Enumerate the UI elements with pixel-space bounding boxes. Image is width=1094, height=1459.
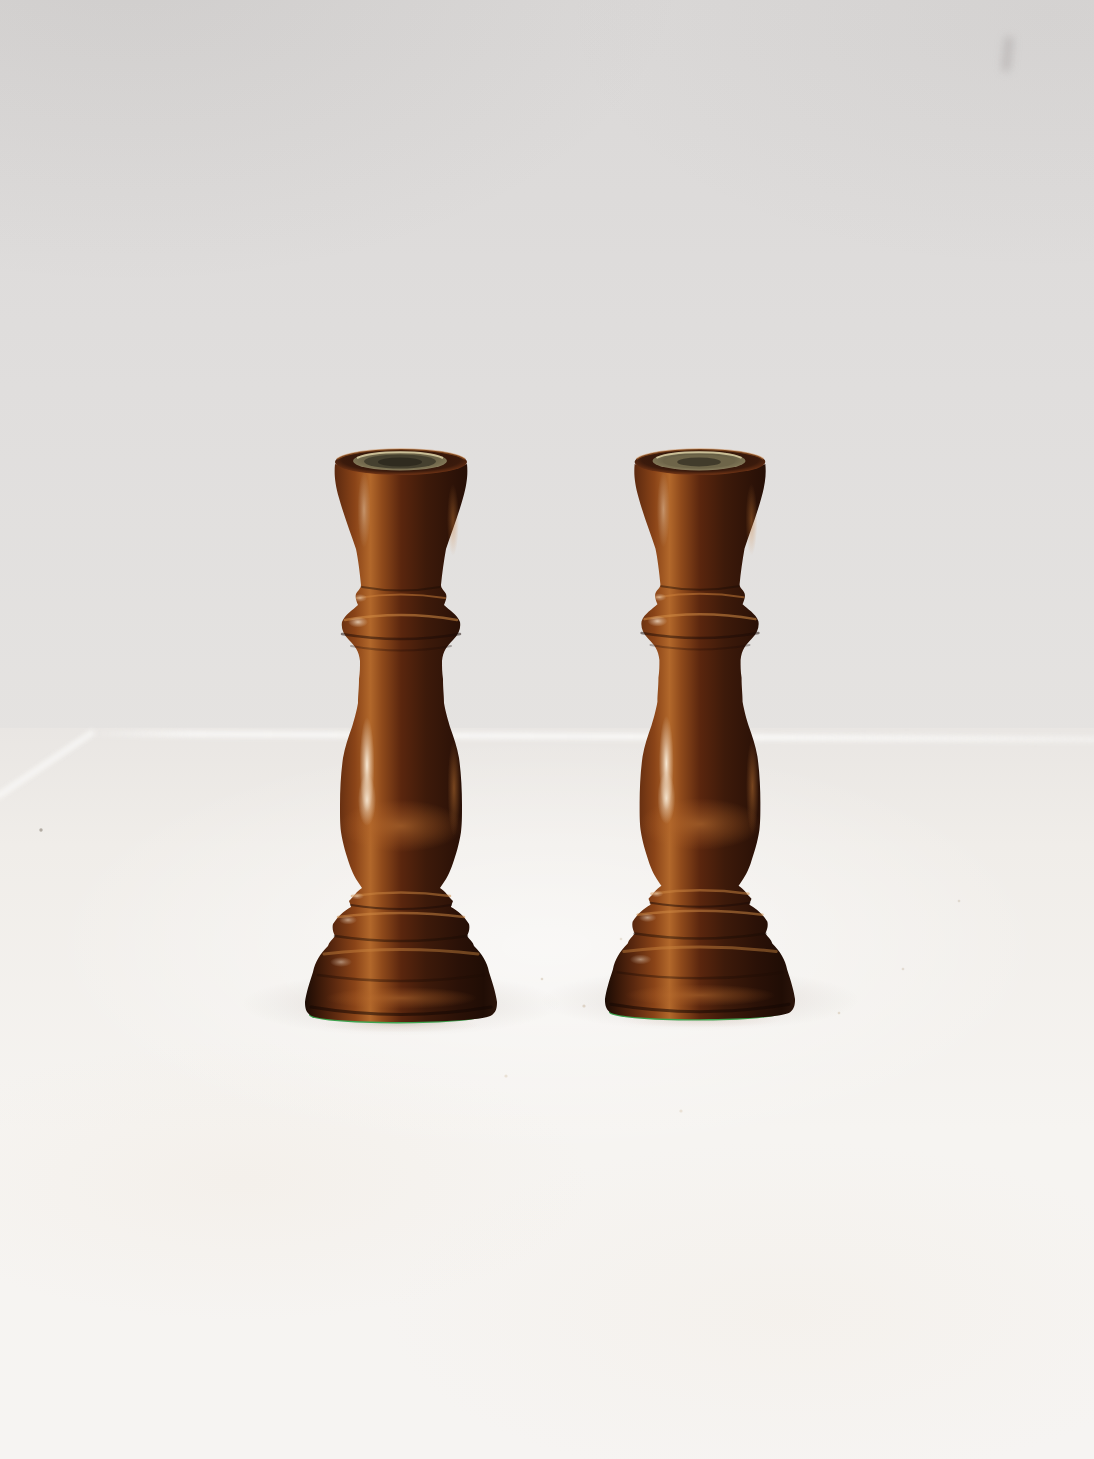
photo-scene bbox=[0, 0, 1094, 1459]
right-candlestick bbox=[605, 449, 795, 1021]
candlesticks-layer bbox=[0, 0, 1094, 1459]
left-candlestick bbox=[305, 449, 497, 1024]
